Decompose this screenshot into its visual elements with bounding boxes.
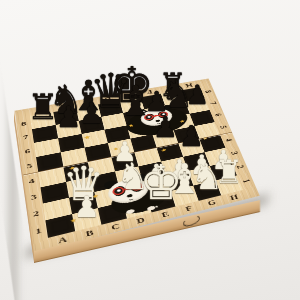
chess-piece-black-pawn-c7: ♟ [79,99,105,128]
chess-piece-black-rook-a8: ♜ [27,89,58,124]
chess-piece-white-king-e1: ♚ [140,158,183,206]
product-photo-canvas: ABCDEFGH ABCDEFGH 87654321 87654321 ★★★★… [0,0,300,300]
chess-piece-white-pawn-b1: ♟ [73,193,100,223]
chess-piece-black-bishop-e7: ♝ [117,80,154,122]
chess-piece-black-pawn-g4: ♟ [178,122,204,151]
chess-piece-black-pawn-b7: ♟ [56,103,82,132]
chess-pieces-layer: ♜♞♝♛♚♜♟♟♝♟♞♟♟♟♟♛♞♟♟♟♟♟♚♝♞♜ [0,0,300,300]
chess-piece-black-pawn-f5: ♟ [152,113,178,142]
